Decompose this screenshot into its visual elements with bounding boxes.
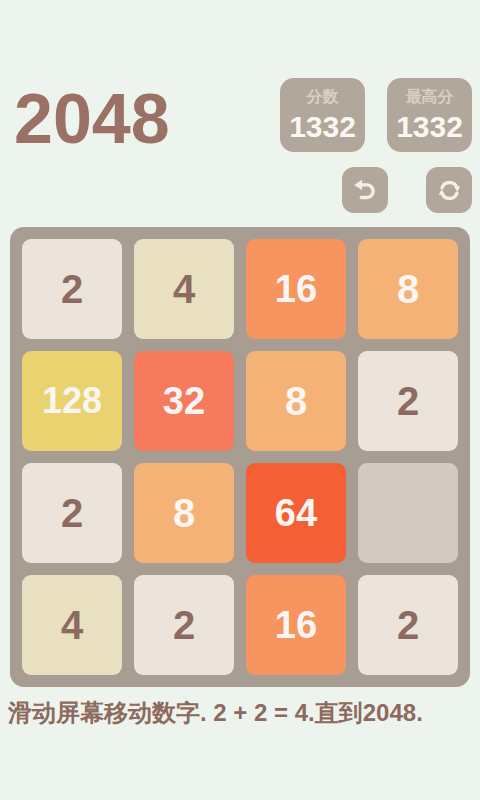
instruction-text: 滑动屏幕移动数字. 2 + 2 = 4.直到2048. — [8, 697, 474, 729]
tile-8: 8 — [134, 463, 234, 563]
tile-8: 8 — [358, 239, 458, 339]
page-title: 2048 — [14, 84, 170, 154]
board[interactable]: 241681283282286442162 — [10, 227, 470, 687]
tile-2: 2 — [134, 575, 234, 675]
score-panel: 分数 1332 最高分 1332 — [280, 78, 472, 152]
undo-button[interactable] — [342, 167, 388, 213]
tile-64: 64 — [246, 463, 346, 563]
new-game-button[interactable] — [426, 167, 472, 213]
score-box: 分数 1332 — [280, 78, 365, 152]
tile-2: 2 — [358, 351, 458, 451]
tile-2: 2 — [22, 463, 122, 563]
refresh-icon — [436, 177, 463, 204]
tile-16: 16 — [246, 239, 346, 339]
score-label: 分数 — [307, 89, 339, 105]
empty-cell — [358, 463, 458, 563]
best-score-label: 最高分 — [406, 89, 454, 105]
tile-8: 8 — [246, 351, 346, 451]
undo-icon — [352, 177, 379, 204]
best-score-box: 最高分 1332 — [387, 78, 472, 152]
tile-2: 2 — [358, 575, 458, 675]
best-score-value: 1332 — [396, 112, 463, 142]
tile-32: 32 — [134, 351, 234, 451]
tile-128: 128 — [22, 351, 122, 451]
controls — [342, 167, 472, 213]
tile-2: 2 — [22, 239, 122, 339]
score-value: 1332 — [289, 112, 356, 142]
tile-16: 16 — [246, 575, 346, 675]
tile-4: 4 — [22, 575, 122, 675]
tile-4: 4 — [134, 239, 234, 339]
